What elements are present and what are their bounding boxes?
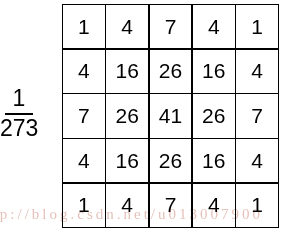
grid-cell-r3c3: 16	[193, 139, 235, 182]
grid-cell-r0c2: 7	[150, 5, 192, 48]
grid-cell-r3c0: 4	[63, 139, 105, 182]
fraction-numerator: 1	[0, 86, 38, 110]
gaussian-kernel-figure: 1 273 1 4 7 4 1 4 16 26 16 4 7 26 41 26 …	[0, 0, 282, 237]
grid-cell-r1c1: 16	[106, 50, 148, 93]
grid-cell-r1c0: 4	[63, 50, 105, 93]
grid-cell-r0c0: 1	[63, 5, 105, 48]
grid-cell-r0c3: 4	[193, 5, 235, 48]
grid-cell-r4c0: 1	[63, 184, 105, 227]
grid-cell-r4c3: 4	[193, 184, 235, 227]
grid-cell-r2c1: 26	[106, 94, 148, 137]
kernel-grid: 1 4 7 4 1 4 16 26 16 4 7 26 41 26 7 4 16…	[62, 4, 279, 228]
grid-cell-r0c1: 4	[106, 5, 148, 48]
grid-cell-r4c4: 1	[236, 184, 278, 227]
normalization-fraction: 1 273	[0, 86, 38, 140]
grid-cell-r4c2: 7	[150, 184, 192, 227]
grid-cell-r2c3: 26	[193, 94, 235, 137]
grid-cell-r2c0: 7	[63, 94, 105, 137]
grid-cell-r0c4: 1	[236, 5, 278, 48]
grid-cell-r4c1: 4	[106, 184, 148, 227]
grid-cell-r3c2: 26	[150, 139, 192, 182]
fraction-denominator: 273	[0, 116, 38, 140]
grid-cell-r1c4: 4	[236, 50, 278, 93]
grid-cell-r2c4: 7	[236, 94, 278, 137]
grid-cell-r1c2: 26	[150, 50, 192, 93]
grid-cell-r3c4: 4	[236, 139, 278, 182]
grid-cell-r3c1: 16	[106, 139, 148, 182]
grid-cell-r2c2: 41	[150, 94, 192, 137]
grid-cell-r1c3: 16	[193, 50, 235, 93]
